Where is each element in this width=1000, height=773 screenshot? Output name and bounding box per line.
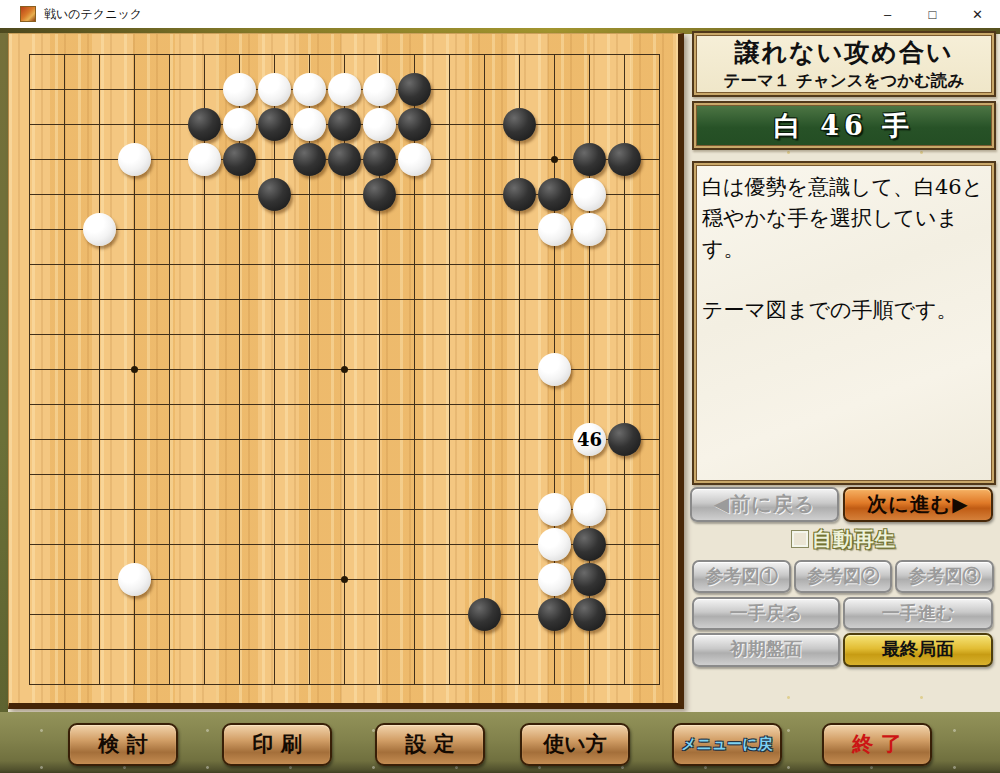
print-button[interactable]: 印 刷 bbox=[222, 723, 332, 766]
stone-black bbox=[573, 528, 606, 561]
review-button[interactable]: 検 討 bbox=[68, 723, 178, 766]
left-edge-strip bbox=[0, 33, 8, 712]
window-controls: – □ ✕ bbox=[865, 0, 1000, 28]
move-indicator-box: 白 46 手 bbox=[692, 101, 996, 150]
stone-black bbox=[188, 108, 221, 141]
autoplay-label: 自動再生 bbox=[812, 526, 896, 553]
stone-white bbox=[573, 178, 606, 211]
lesson-title: 譲れない攻め合い bbox=[694, 36, 994, 69]
stone-white bbox=[398, 143, 431, 176]
stone-black bbox=[258, 108, 291, 141]
stone-white bbox=[83, 213, 116, 246]
go-board: 46 bbox=[8, 33, 684, 709]
maximize-button[interactable]: □ bbox=[910, 0, 955, 28]
stone-white bbox=[293, 108, 326, 141]
stone-black bbox=[328, 108, 361, 141]
lesson-header-box: 譲れない攻め合い テーマ１ チャンスをつかむ読み bbox=[692, 31, 996, 97]
final-position-button[interactable]: 最終局面 bbox=[843, 633, 993, 667]
reference-diagram-3-button[interactable]: 参考図③ bbox=[895, 560, 994, 593]
stone-black bbox=[398, 108, 431, 141]
previous-button[interactable]: ◀前に戻る bbox=[690, 487, 839, 522]
bottom-toolbar: 検 討 印 刷 設 定 使い方 メニューに戻る 終 了 bbox=[0, 712, 1000, 773]
initial-board-button[interactable]: 初期盤面 bbox=[692, 633, 840, 667]
lesson-subtitle: テーマ１ チャンスをつかむ読み bbox=[694, 70, 994, 92]
stone-black bbox=[573, 598, 606, 631]
stone-black bbox=[468, 598, 501, 631]
window-title: 戦いのテクニック bbox=[44, 6, 142, 23]
move-number-label: 46 bbox=[573, 423, 606, 456]
next-button[interactable]: 次に進む▶ bbox=[843, 487, 993, 522]
stone-black bbox=[503, 108, 536, 141]
autoplay-row: 自動再生 bbox=[692, 526, 996, 552]
stone-black bbox=[573, 143, 606, 176]
stone-black bbox=[398, 73, 431, 106]
stone-black bbox=[258, 178, 291, 211]
stone-black bbox=[608, 423, 641, 456]
settings-button[interactable]: 設 定 bbox=[375, 723, 485, 766]
stone-black bbox=[538, 178, 571, 211]
stone-white bbox=[293, 73, 326, 106]
stone-white bbox=[573, 493, 606, 526]
star-point bbox=[341, 366, 348, 373]
stone-white bbox=[363, 73, 396, 106]
stone-white bbox=[258, 73, 291, 106]
stone-white bbox=[363, 108, 396, 141]
stone-white bbox=[538, 528, 571, 561]
stone-white bbox=[223, 108, 256, 141]
stone-white bbox=[538, 353, 571, 386]
commentary-box: 白は優勢を意識して、白46と穏やかな手を選択しています。 テーマ図までの手順です… bbox=[692, 161, 996, 485]
stone-white bbox=[188, 143, 221, 176]
stone-white bbox=[538, 493, 571, 526]
title-bar: 戦いのテクニック – □ ✕ bbox=[0, 0, 1000, 28]
star-point bbox=[551, 156, 558, 163]
reference-diagram-2-button[interactable]: 参考図② bbox=[794, 560, 892, 593]
stone-black bbox=[608, 143, 641, 176]
stone-black bbox=[328, 143, 361, 176]
stone-black bbox=[503, 178, 536, 211]
app-window: 戦いのテクニック – □ ✕ 46 譲れない攻め合い テーマ１ チャンスをつかむ… bbox=[0, 0, 1000, 773]
stone-black bbox=[293, 143, 326, 176]
app-icon bbox=[20, 6, 36, 22]
stone-white bbox=[223, 73, 256, 106]
minimize-button[interactable]: – bbox=[865, 0, 910, 28]
star-point bbox=[131, 366, 138, 373]
stone-black bbox=[573, 563, 606, 596]
commentary-paragraph: 白は優勢を意識して、白46と穏やかな手を選択しています。 bbox=[702, 172, 986, 265]
one-move-forward-button[interactable]: 一手進む bbox=[843, 597, 993, 630]
stone-white bbox=[118, 143, 151, 176]
stone-black bbox=[538, 598, 571, 631]
back-to-menu-button[interactable]: メニューに戻る bbox=[672, 723, 782, 766]
stone-white bbox=[118, 563, 151, 596]
move-indicator: 白 46 手 bbox=[694, 103, 994, 148]
stone-black bbox=[223, 143, 256, 176]
one-move-back-button[interactable]: 一手戻る bbox=[692, 597, 840, 630]
stone-black bbox=[363, 143, 396, 176]
stone-white bbox=[538, 563, 571, 596]
go-board-grid[interactable]: 46 bbox=[29, 54, 660, 685]
stone-black bbox=[363, 178, 396, 211]
stone-white bbox=[538, 213, 571, 246]
stone-white bbox=[573, 213, 606, 246]
commentary-paragraph: テーマ図までの手順です。 bbox=[702, 295, 986, 326]
star-point bbox=[341, 576, 348, 583]
reference-diagram-1-button[interactable]: 参考図① bbox=[692, 560, 791, 593]
autoplay-checkbox[interactable] bbox=[792, 531, 808, 547]
quit-button[interactable]: 終 了 bbox=[822, 723, 932, 766]
howto-button[interactable]: 使い方 bbox=[520, 723, 630, 766]
close-button[interactable]: ✕ bbox=[955, 0, 1000, 28]
stone-white bbox=[328, 73, 361, 106]
